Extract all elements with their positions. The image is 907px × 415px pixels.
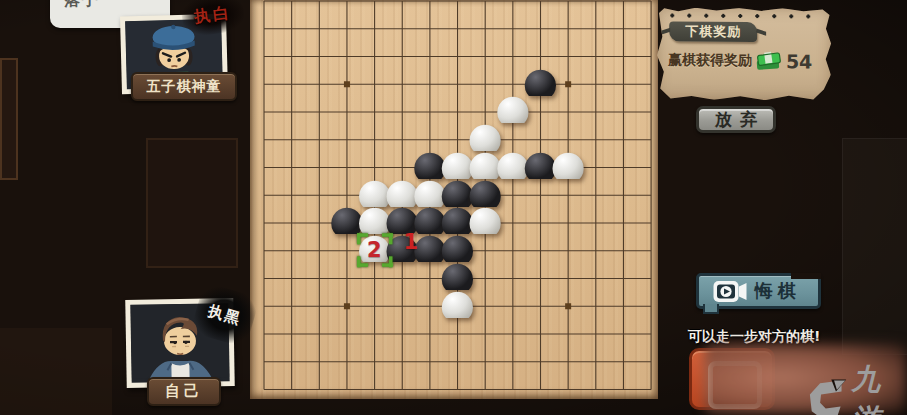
watermark-text: 九游 <box>851 360 907 415</box>
gomoku-board[interactable]: ●●●●●●●●●●●●●●●●●●●●●2●1●●●● <box>250 0 658 399</box>
board-cell: ● <box>527 70 555 98</box>
nine-game-logo-icon <box>808 378 847 415</box>
reward-panel: 下棋奖励 赢棋获得奖励 54 <box>657 7 832 100</box>
background-frame-decor <box>146 138 238 268</box>
background-frame-decor <box>0 58 18 180</box>
board-cell: ●2 <box>361 237 389 265</box>
opponent-side-badge: 执白 <box>180 0 246 38</box>
white-stone: ● <box>440 291 476 318</box>
video-camera-icon <box>713 280 747 303</box>
self-side-label: 执黑 <box>206 301 244 329</box>
white-stone: ● <box>550 152 586 179</box>
undo-button-tab <box>703 304 719 314</box>
self-nameplate: 自己 <box>147 377 221 406</box>
board-cell: ● <box>554 154 582 182</box>
opponent-name: 五子棋神童 <box>147 78 222 96</box>
reward-title: 下棋奖励 <box>685 23 741 41</box>
board-cell: ● <box>471 209 499 237</box>
give-up-label: 放弃 <box>707 108 765 131</box>
opponent-side-label: 执白 <box>193 2 233 27</box>
move-label-2: 2 <box>367 238 382 262</box>
give-up-button[interactable]: 放弃 <box>696 106 776 133</box>
stones-layer: ●●●●●●●●●●●●●●●●●●●●●2●1●●●● <box>250 0 665 403</box>
background-frame-decor <box>842 138 907 355</box>
speech-text: 落子 <box>64 0 100 11</box>
reward-amount: 54 <box>786 50 813 72</box>
self-name: 自己 <box>165 382 203 401</box>
reward-label: 赢棋获得奖励 <box>668 51 752 70</box>
board-cell: ● <box>444 292 472 320</box>
undo-label: 悔棋 <box>747 279 808 303</box>
opponent-nameplate: 五子棋神童 <box>131 72 237 101</box>
board-cell: ● <box>499 98 527 126</box>
background-shelf-decor <box>0 328 112 415</box>
money-stack-icon <box>756 50 782 72</box>
undo-button-notch <box>791 273 821 279</box>
stitch-dots-icon <box>669 12 819 19</box>
watermark: 九游 <box>808 360 907 415</box>
reward-line: 赢棋获得奖励 54 <box>668 49 813 72</box>
undo-button[interactable]: 悔棋 <box>696 273 821 309</box>
move-label-1: 1 <box>404 230 419 254</box>
reward-title-banner: 下棋奖励 <box>669 21 757 42</box>
